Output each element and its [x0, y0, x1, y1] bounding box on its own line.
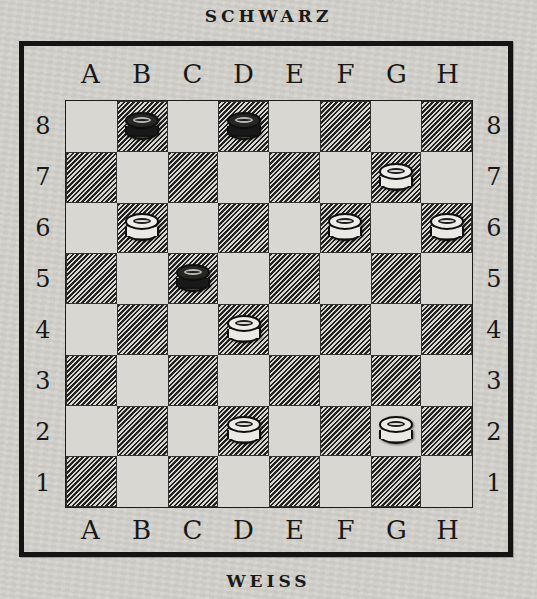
- file-label-top-h: H: [422, 56, 473, 92]
- square-d4: [218, 304, 269, 355]
- rank-label-right-5: 5: [479, 253, 509, 304]
- white-man: [225, 415, 263, 446]
- file-label-top-d: D: [218, 56, 269, 92]
- black-man: [174, 263, 212, 294]
- rank-label-left-8: 8: [28, 100, 58, 151]
- file-label-bottom-b: B: [116, 512, 167, 548]
- rank-label-left-5: 5: [28, 253, 58, 304]
- square-a4: [66, 304, 117, 355]
- square-c3: [168, 355, 219, 406]
- square-g8: [371, 101, 422, 152]
- piece-top-ring: [235, 421, 253, 427]
- file-labels-top: ABCDEFGH: [65, 56, 473, 92]
- square-a3: [66, 355, 117, 406]
- rank-label-right-7: 7: [479, 151, 509, 202]
- rank-label-left-1: 1: [28, 457, 58, 508]
- square-d5: [218, 253, 269, 304]
- square-b3: [117, 355, 168, 406]
- square-f7: [320, 152, 371, 203]
- square-b5: [117, 253, 168, 304]
- square-h7: [421, 152, 472, 203]
- piece-top: [379, 163, 413, 180]
- piece-top-ring: [336, 218, 354, 224]
- square-b1: [117, 456, 168, 507]
- square-c1: [168, 456, 219, 507]
- square-a8: [66, 101, 117, 152]
- square-a2: [66, 406, 117, 457]
- square-g7: [371, 152, 422, 203]
- piece-top-ring: [235, 117, 253, 123]
- piece-top: [125, 112, 159, 129]
- square-d3: [218, 355, 269, 406]
- rank-label-left-6: 6: [28, 202, 58, 253]
- rank-labels-right: 87654321: [479, 100, 509, 508]
- square-e8: [269, 101, 320, 152]
- piece-top: [227, 112, 261, 129]
- square-e5: [269, 253, 320, 304]
- rank-label-right-8: 8: [479, 100, 509, 151]
- checkers-board: [65, 100, 473, 508]
- rank-labels-left: 87654321: [28, 100, 58, 508]
- square-g4: [371, 304, 422, 355]
- file-label-top-a: A: [65, 56, 116, 92]
- square-f3: [320, 355, 371, 406]
- square-c8: [168, 101, 219, 152]
- square-b4: [117, 304, 168, 355]
- square-d1: [218, 456, 269, 507]
- square-h3: [421, 355, 472, 406]
- file-label-bottom-g: G: [371, 512, 422, 548]
- square-g6: [371, 203, 422, 254]
- white-man: [377, 162, 415, 193]
- file-label-bottom-c: C: [167, 512, 218, 548]
- file-label-bottom-h: H: [422, 512, 473, 548]
- square-h6: [421, 203, 472, 254]
- rank-label-left-2: 2: [28, 406, 58, 457]
- file-label-bottom-a: A: [65, 512, 116, 548]
- black-side-label: SCHWARZ: [0, 6, 537, 26]
- file-label-bottom-d: D: [218, 512, 269, 548]
- square-a5: [66, 253, 117, 304]
- square-d6: [218, 203, 269, 254]
- square-e3: [269, 355, 320, 406]
- white-man: [123, 212, 161, 243]
- square-g3: [371, 355, 422, 406]
- square-e2: [269, 406, 320, 457]
- black-man: [123, 111, 161, 142]
- square-c6: [168, 203, 219, 254]
- square-b6: [117, 203, 168, 254]
- square-f4: [320, 304, 371, 355]
- file-label-top-f: F: [320, 56, 371, 92]
- piece-top-ring: [235, 320, 253, 326]
- square-d2: [218, 406, 269, 457]
- piece-top-ring: [184, 269, 202, 275]
- square-f1: [320, 456, 371, 507]
- square-c2: [168, 406, 219, 457]
- square-h1: [421, 456, 472, 507]
- white-man: [428, 212, 466, 243]
- white-side-label: WEISS: [0, 571, 537, 591]
- rank-label-right-1: 1: [479, 457, 509, 508]
- square-h2: [421, 406, 472, 457]
- square-e6: [269, 203, 320, 254]
- square-d7: [218, 152, 269, 203]
- square-h4: [421, 304, 472, 355]
- rank-label-right-4: 4: [479, 304, 509, 355]
- square-a7: [66, 152, 117, 203]
- square-f8: [320, 101, 371, 152]
- piece-top: [227, 315, 261, 332]
- square-b7: [117, 152, 168, 203]
- piece-top-ring: [133, 218, 151, 224]
- file-label-bottom-e: E: [269, 512, 320, 548]
- square-c5: [168, 253, 219, 304]
- piece-top-ring: [387, 421, 405, 427]
- square-f2: [320, 406, 371, 457]
- white-man: [326, 212, 364, 243]
- square-d8: [218, 101, 269, 152]
- rank-label-right-6: 6: [479, 202, 509, 253]
- piece-top-ring: [387, 168, 405, 174]
- rank-label-left-4: 4: [28, 304, 58, 355]
- piece-top-ring: [133, 117, 151, 123]
- black-man: [225, 111, 263, 142]
- rank-label-right-3: 3: [479, 355, 509, 406]
- piece-top: [176, 264, 210, 281]
- white-man: [377, 415, 415, 446]
- rank-label-left-3: 3: [28, 355, 58, 406]
- square-e1: [269, 456, 320, 507]
- file-label-top-b: B: [116, 56, 167, 92]
- file-labels-bottom: ABCDEFGH: [65, 512, 473, 548]
- square-c7: [168, 152, 219, 203]
- square-b8: [117, 101, 168, 152]
- rank-label-left-7: 7: [28, 151, 58, 202]
- square-c4: [168, 304, 219, 355]
- file-label-top-g: G: [371, 56, 422, 92]
- file-label-bottom-f: F: [320, 512, 371, 548]
- file-label-top-c: C: [167, 56, 218, 92]
- book-page: SCHWARZ ABCDEFGH 87654321 87654321 ABCDE…: [0, 0, 537, 599]
- square-f6: [320, 203, 371, 254]
- square-h8: [421, 101, 472, 152]
- square-g1: [371, 456, 422, 507]
- square-h5: [421, 253, 472, 304]
- rank-label-right-2: 2: [479, 406, 509, 457]
- square-f5: [320, 253, 371, 304]
- square-a1: [66, 456, 117, 507]
- piece-top-ring: [438, 218, 456, 224]
- square-g5: [371, 253, 422, 304]
- square-g2: [371, 406, 422, 457]
- white-man: [225, 314, 263, 345]
- square-a6: [66, 203, 117, 254]
- file-label-top-e: E: [269, 56, 320, 92]
- square-e4: [269, 304, 320, 355]
- square-b2: [117, 406, 168, 457]
- square-e7: [269, 152, 320, 203]
